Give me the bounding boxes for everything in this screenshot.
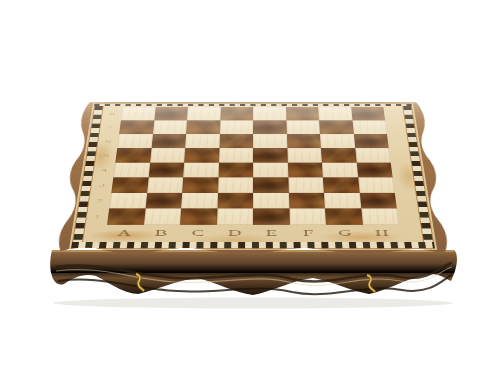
square-h2[interactable] [359,193,397,209]
square-a3[interactable] [111,177,148,192]
square-c4[interactable] [183,163,218,178]
file-label: E [253,225,290,242]
square-c6[interactable] [185,134,219,148]
square-f8[interactable] [286,107,319,120]
square-e4[interactable] [253,163,288,178]
square-d5[interactable] [219,148,253,162]
square-g8[interactable] [318,107,352,120]
file-label: A [105,225,144,242]
square-a1[interactable] [107,208,145,224]
square-d3[interactable] [218,177,253,192]
square-h5[interactable] [355,148,391,162]
square-e2[interactable] [253,193,289,209]
square-g6[interactable] [320,134,355,148]
square-f2[interactable] [288,193,324,209]
square-h3[interactable] [358,177,395,192]
rank-label: 8 [102,107,123,120]
square-e8[interactable] [253,107,286,120]
square-f1[interactable] [289,208,326,224]
file-label: H [362,225,401,242]
square-b1[interactable] [144,208,182,224]
square-e1[interactable] [253,208,289,224]
file-label: G [326,225,364,242]
chess-board-top-surface: 8 7 6 5 4 3 2 1 A B C D E F G H [54,102,452,255]
playing-area [107,107,399,225]
square-a7[interactable] [119,120,154,134]
square-c8[interactable] [187,107,220,120]
square-a8[interactable] [121,107,155,120]
rank-label: 6 [97,134,119,148]
square-e3[interactable] [253,177,288,192]
square-e7[interactable] [253,120,286,134]
rank-label: 1 [86,208,110,224]
rank-label: 7 [99,120,120,134]
square-f6[interactable] [286,134,320,148]
square-d4[interactable] [218,163,253,178]
square-h7[interactable] [352,120,387,134]
square-c2[interactable] [181,193,217,209]
square-e5[interactable] [253,148,287,162]
square-g3[interactable] [323,177,359,192]
square-h8[interactable] [351,107,385,120]
square-c7[interactable] [186,120,220,134]
square-d7[interactable] [220,120,253,134]
square-c1[interactable] [180,208,217,224]
file-label: C [179,225,217,242]
square-f3[interactable] [288,177,324,192]
square-b2[interactable] [145,193,182,209]
case-sides [40,245,465,310]
square-d1[interactable] [217,208,253,224]
square-a4[interactable] [113,163,149,178]
square-b8[interactable] [154,107,188,120]
square-b3[interactable] [147,177,183,192]
square-d6[interactable] [219,134,253,148]
square-b5[interactable] [150,148,185,162]
square-b7[interactable] [153,120,187,134]
file-label: F [289,225,327,242]
square-g7[interactable] [319,120,353,134]
file-label: D [216,225,253,242]
rank-label: 4 [93,163,115,178]
square-h1[interactable] [361,208,399,224]
square-e6[interactable] [253,134,287,148]
square-f4[interactable] [287,163,322,178]
square-h4[interactable] [356,163,392,178]
square-f7[interactable] [286,120,320,134]
square-c3[interactable] [182,177,218,192]
square-c5[interactable] [184,148,219,162]
rank-label: 2 [88,193,111,209]
rank-label: 3 [90,177,113,192]
square-g4[interactable] [322,163,358,178]
chess-box-product-photo: 8 7 6 5 4 3 2 1 A B C D E F G H [0,0,500,366]
square-a2[interactable] [109,193,147,209]
square-d8[interactable] [220,107,253,120]
square-f5[interactable] [287,148,322,162]
square-b4[interactable] [148,163,184,178]
square-b6[interactable] [151,134,186,148]
square-h6[interactable] [353,134,388,148]
square-g2[interactable] [324,193,361,209]
soft-shadow [53,298,453,309]
mosaic-inlay-strip-front [71,242,435,249]
square-d2[interactable] [217,193,253,209]
file-labels: A B C D E F G H [105,225,401,242]
square-a5[interactable] [115,148,151,162]
file-label: B [142,225,180,242]
square-g5[interactable] [321,148,356,162]
square-g1[interactable] [325,208,363,224]
rank-label: 5 [95,148,117,162]
square-a6[interactable] [117,134,152,148]
